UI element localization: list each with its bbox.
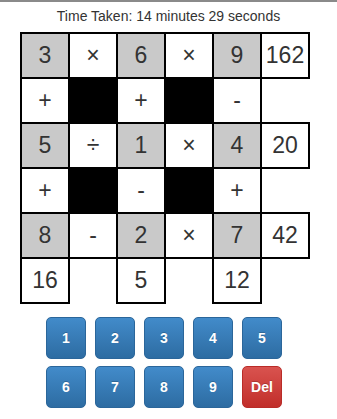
delete-button[interactable]: Del	[242, 366, 282, 408]
entry-cell-r5c3[interactable]: 2	[117, 213, 165, 258]
entry-cell-r1c3[interactable]: 6	[117, 33, 165, 78]
grid-row-5: 8 - 2 × 7 42	[21, 213, 309, 258]
operator-cell-r3c4: ×	[165, 123, 213, 168]
operator-cell-r2c3: +	[117, 78, 165, 123]
block-cell-r4c4	[165, 168, 213, 213]
column-total-cell-c1: 16	[21, 258, 69, 303]
empty-cell-r6c6	[261, 258, 309, 303]
operator-cell-r5c4: ×	[165, 213, 213, 258]
entry-cell-r3c5[interactable]: 4	[213, 123, 261, 168]
entry-cell-r5c5[interactable]: 7	[213, 213, 261, 258]
operator-cell-r4c1: +	[21, 168, 69, 213]
row-total-cell-r1: 162	[261, 33, 309, 78]
block-cell-r4c2	[69, 168, 117, 213]
operator-cell-r2c1: +	[21, 78, 69, 123]
grid-row-4: + - +	[21, 168, 309, 213]
number-button-6[interactable]: 6	[46, 366, 86, 408]
grid-row-6: 16 5 12	[21, 258, 309, 303]
grid-row-1: 3 × 6 × 9 162	[21, 33, 309, 78]
number-button-1[interactable]: 1	[46, 317, 86, 359]
grid-row-3: 5 ÷ 1 × 4 20	[21, 123, 309, 168]
operator-cell-r4c3: -	[117, 168, 165, 213]
empty-cell-r4c6	[261, 168, 309, 213]
operator-cell-r2c5: -	[213, 78, 261, 123]
entry-cell-r3c1[interactable]: 5	[21, 123, 69, 168]
entry-cell-r5c1[interactable]: 8	[21, 213, 69, 258]
number-button-5[interactable]: 5	[242, 317, 282, 359]
time-taken-text: Time Taken: 14 minutes 29 seconds	[0, 8, 337, 26]
row-total-cell-r5: 42	[261, 213, 309, 258]
number-button-7[interactable]: 7	[95, 366, 135, 408]
empty-cell-r6c4	[165, 258, 213, 303]
number-button-3[interactable]: 3	[144, 317, 184, 359]
empty-cell-r2c6	[261, 78, 309, 123]
operator-cell-r5c2: -	[69, 213, 117, 258]
entry-cell-r1c5[interactable]: 9	[213, 33, 261, 78]
row-total-cell-r3: 20	[261, 123, 309, 168]
number-button-8[interactable]: 8	[144, 366, 184, 408]
block-cell-r2c2	[69, 78, 117, 123]
keypad: 1 2 3 4 5 6 7 8 9 Del	[46, 317, 337, 408]
block-cell-r2c4	[165, 78, 213, 123]
entry-cell-r3c3[interactable]: 1	[117, 123, 165, 168]
keypad-row-1: 1 2 3 4 5	[46, 317, 337, 359]
keypad-row-2: 6 7 8 9 Del	[46, 366, 337, 408]
number-button-4[interactable]: 4	[193, 317, 233, 359]
column-total-cell-c5: 12	[213, 258, 261, 303]
column-total-cell-c3: 5	[117, 258, 165, 303]
operator-cell-r1c4: ×	[165, 33, 213, 78]
entry-cell-r1c1[interactable]: 3	[21, 33, 69, 78]
number-button-2[interactable]: 2	[95, 317, 135, 359]
empty-cell-r6c2	[69, 258, 117, 303]
grid-row-2: + + -	[21, 78, 309, 123]
puzzle-grid: 3 × 6 × 9 162 + + - 5 ÷ 1 × 4 20 + - + 8…	[20, 32, 310, 304]
operator-cell-r1c2: ×	[69, 33, 117, 78]
number-button-9[interactable]: 9	[193, 366, 233, 408]
operator-cell-r3c2: ÷	[69, 123, 117, 168]
operator-cell-r4c5: +	[213, 168, 261, 213]
